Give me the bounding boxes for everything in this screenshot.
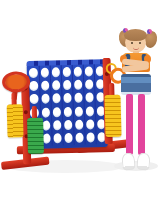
cell-r5-c5[interactable] [73, 118, 84, 132]
cell-r6-c5[interactable] [73, 131, 84, 145]
cell-r3-c6[interactable] [83, 91, 94, 105]
screenshot [0, 0, 164, 200]
cell-r2-c6[interactable] [83, 78, 94, 92]
sneaker-right [136, 153, 150, 171]
cell-r2-c3[interactable] [50, 79, 61, 93]
hair-fringe [124, 29, 147, 41]
cell-r1-c5[interactable] [72, 65, 83, 79]
cell-r4-c6[interactable] [84, 104, 95, 118]
eye-left [131, 42, 133, 44]
eye-right [139, 42, 141, 44]
cell-r4-c4[interactable] [62, 105, 73, 119]
cell-r5-c4[interactable] [62, 118, 73, 132]
cell-r1-c4[interactable] [61, 65, 72, 79]
cell-r3-c2[interactable] [39, 92, 50, 106]
cell-r5-c6[interactable] [84, 118, 95, 132]
cell-r6-c4[interactable] [62, 132, 73, 146]
cell-r3-c3[interactable] [50, 92, 61, 106]
leg-right [138, 94, 145, 155]
cell-r4-c5[interactable] [73, 105, 84, 119]
cell-r3-c1[interactable] [28, 92, 39, 106]
cell-r3-c5[interactable] [72, 91, 83, 105]
cell-r5-c3[interactable] [51, 119, 62, 133]
sneaker-left [121, 153, 135, 171]
yellow-ring-stack-left [7, 104, 24, 137]
cell-r1-c2[interactable] [39, 66, 50, 80]
denim-shorts [121, 74, 151, 95]
cell-r2-c4[interactable] [61, 78, 72, 92]
cell-r6-c3[interactable] [51, 132, 62, 146]
cell-r6-c6[interactable] [84, 131, 95, 145]
scrunchie-right [147, 29, 152, 34]
green-ring-stack [27, 118, 44, 154]
child-figure [112, 24, 164, 174]
cell-r2-c5[interactable] [72, 78, 83, 92]
cell-r2-c2[interactable] [39, 79, 50, 93]
cell-r4-c3[interactable] [51, 105, 62, 119]
cell-r1-c6[interactable] [83, 64, 94, 78]
cell-r1-c3[interactable] [50, 65, 61, 79]
leg-left [126, 94, 133, 155]
cell-r1-c1[interactable] [28, 66, 39, 80]
cell-r3-c4[interactable] [61, 92, 72, 106]
